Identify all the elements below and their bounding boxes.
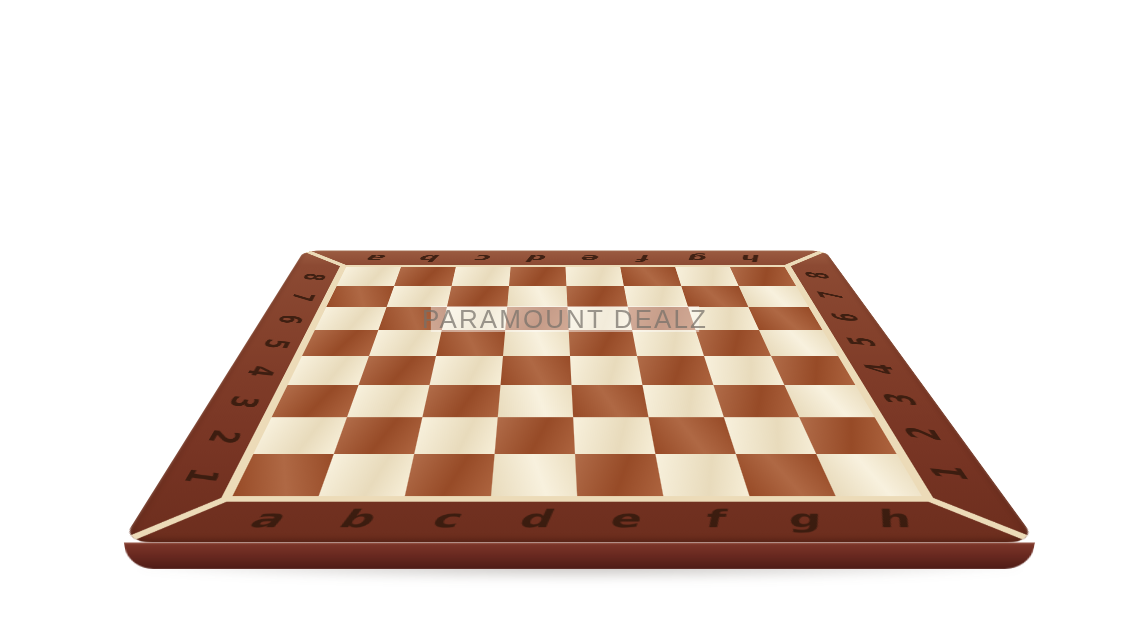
square-f1 (655, 454, 749, 496)
square-a1 (232, 454, 333, 496)
square-g8 (675, 267, 739, 286)
watermark-text: PARAMOUNT DEALZ (422, 305, 708, 334)
coord-near-c: c (395, 496, 491, 542)
coord-far-a: a (346, 250, 407, 267)
square-c5 (436, 330, 505, 356)
coord-right-6: 6 (808, 307, 885, 329)
square-f2 (649, 417, 736, 454)
square-g1 (736, 454, 836, 496)
file-labels-near: abcdefgh (209, 496, 949, 542)
corner-miter-inlay-bottom-right (898, 486, 1038, 543)
square-b8 (394, 267, 456, 286)
file-labels-far: abcdefgh (346, 250, 784, 267)
coord-left-2: 2 (175, 418, 273, 453)
rank-labels-left: 87654321 (150, 267, 346, 496)
rank-labels-right: 87654321 (785, 267, 1005, 496)
coord-left-1: 1 (149, 455, 255, 495)
coord-right-3: 3 (854, 386, 948, 417)
coord-left-6: 6 (253, 307, 327, 329)
coord-near-b: b (302, 496, 405, 542)
square-d1 (491, 454, 577, 496)
square-a2 (253, 417, 347, 454)
square-g5 (696, 330, 771, 356)
coord-far-c: c (456, 250, 512, 267)
square-h2 (799, 417, 896, 454)
square-c8 (452, 267, 511, 286)
square-e8 (565, 267, 623, 286)
coord-near-f: f (663, 496, 764, 542)
square-c3 (422, 385, 500, 417)
square-b4 (359, 356, 436, 385)
corner-miter-inlay-bottom-left (121, 486, 256, 543)
coord-near-g: g (750, 496, 858, 542)
square-f5 (632, 330, 704, 356)
coord-near-h: h (836, 496, 950, 542)
square-a4 (288, 356, 369, 385)
coord-left-7: 7 (268, 286, 338, 306)
square-b1 (319, 454, 415, 496)
coord-left-4: 4 (219, 357, 303, 385)
square-d8 (509, 267, 566, 286)
square-a7 (326, 286, 394, 307)
coord-left-5: 5 (237, 331, 316, 356)
square-h1 (816, 454, 922, 496)
coord-right-2: 2 (873, 418, 974, 453)
coord-far-f: f (617, 250, 675, 267)
coord-far-g: g (670, 250, 730, 267)
square-a8 (337, 267, 401, 286)
square-c1 (405, 454, 495, 496)
coord-near-e: e (577, 496, 672, 542)
coord-right-4: 4 (837, 357, 924, 385)
board-top-surface: abcdefgh abcdefgh 87654321 87654321 (121, 250, 1038, 542)
square-a3 (272, 385, 359, 417)
coord-near-a: a (209, 496, 318, 542)
square-f3 (642, 385, 723, 417)
square-f4 (637, 356, 713, 385)
square-e4 (570, 356, 642, 385)
square-e1 (575, 454, 663, 496)
product-photo-stage: abcdefgh abcdefgh 87654321 87654321 PARA… (0, 0, 1140, 641)
square-c2 (414, 417, 498, 454)
watermark: PARAMOUNT DEALZ (431, 306, 699, 332)
coord-right-5: 5 (821, 331, 903, 356)
square-g4 (704, 356, 784, 385)
square-d3 (498, 385, 573, 417)
square-d4 (501, 356, 572, 385)
square-h4 (771, 356, 855, 385)
coord-far-h: h (722, 250, 785, 267)
coord-far-e: e (565, 250, 621, 267)
square-b3 (347, 385, 430, 417)
square-b5 (369, 330, 442, 356)
square-d5 (503, 330, 570, 356)
square-b2 (334, 417, 423, 454)
coord-near-d: d (487, 496, 580, 542)
square-e5 (569, 330, 637, 356)
square-f8 (620, 267, 681, 286)
coord-right-7: 7 (795, 286, 867, 306)
coord-right-1: 1 (895, 455, 1005, 495)
square-h3 (784, 385, 874, 417)
square-e3 (571, 385, 648, 417)
square-g3 (713, 385, 799, 417)
coord-left-3: 3 (198, 386, 289, 417)
chess-board: abcdefgh abcdefgh 87654321 87654321 (121, 250, 1038, 542)
coord-far-d: d (511, 250, 566, 267)
coord-left-8: 8 (281, 267, 347, 285)
square-d2 (495, 417, 575, 454)
board-side-edge (124, 542, 1035, 569)
square-c4 (430, 356, 503, 385)
square-e2 (573, 417, 655, 454)
coord-right-8: 8 (784, 267, 852, 285)
coord-far-b: b (401, 250, 460, 267)
square-g2 (724, 417, 816, 454)
